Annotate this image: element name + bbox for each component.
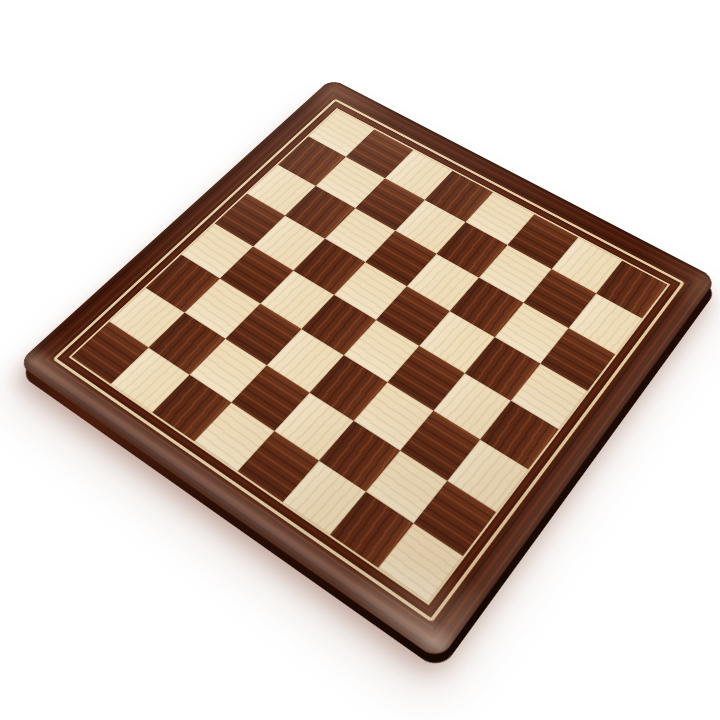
playing-field <box>71 110 667 603</box>
board-3d-wrapper <box>126 70 626 570</box>
product-photo-scene <box>0 0 720 720</box>
chess-board <box>17 78 717 661</box>
